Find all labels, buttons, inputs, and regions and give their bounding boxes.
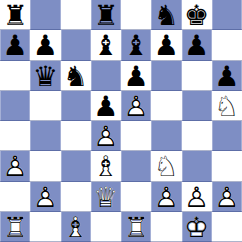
square-a3[interactable]: ♟♙ (0, 151, 30, 181)
square-h8[interactable] (212, 0, 242, 30)
square-b7[interactable]: ♟ (30, 30, 60, 60)
square-b8[interactable] (30, 0, 60, 30)
square-d2[interactable]: ♛♕ (91, 182, 121, 212)
square-g2[interactable]: ♟♙ (182, 182, 212, 212)
piece-white-knight-outline[interactable]: ♘ (151, 152, 181, 182)
square-f4[interactable] (151, 121, 181, 151)
square-f2[interactable]: ♟♙ (151, 182, 181, 212)
square-h7[interactable] (212, 30, 242, 60)
square-c2[interactable] (61, 182, 91, 212)
square-c4[interactable] (61, 121, 91, 151)
piece-black-knight[interactable]: ♞ (151, 1, 181, 31)
piece-white-rook-outline[interactable]: ♖ (121, 213, 151, 242)
square-e8[interactable] (121, 0, 151, 30)
piece-white-pawn-outline[interactable]: ♙ (151, 183, 181, 213)
square-a7[interactable]: ♟ (0, 30, 30, 60)
piece-black-pawn[interactable]: ♟ (121, 62, 151, 92)
square-h5[interactable]: ♞♘ (212, 91, 242, 121)
square-b2[interactable]: ♟♙ (30, 182, 60, 212)
square-g8[interactable]: ♚ (182, 0, 212, 30)
square-b3[interactable] (30, 151, 60, 181)
square-b4[interactable] (30, 121, 60, 151)
square-d5[interactable]: ♟ (91, 91, 121, 121)
square-h6[interactable]: ♟ (212, 61, 242, 91)
square-h1[interactable] (212, 212, 242, 242)
square-a2[interactable] (0, 182, 30, 212)
piece-white-pawn-outline[interactable]: ♙ (121, 92, 151, 122)
piece-black-pawn[interactable]: ♟ (212, 62, 242, 92)
piece-black-king[interactable]: ♚ (182, 1, 212, 31)
square-f1[interactable] (151, 212, 181, 242)
square-e2[interactable] (121, 182, 151, 212)
square-d1[interactable] (91, 212, 121, 242)
piece-white-pawn-outline[interactable]: ♙ (182, 183, 212, 213)
square-e7[interactable]: ♝ (121, 30, 151, 60)
square-d8[interactable]: ♜ (91, 0, 121, 30)
piece-white-pawn-outline[interactable]: ♙ (91, 122, 121, 152)
square-f8[interactable]: ♞ (151, 0, 181, 30)
square-d7[interactable]: ♝ (91, 30, 121, 60)
square-h2[interactable]: ♟♙ (212, 182, 242, 212)
square-c6[interactable]: ♞ (61, 61, 91, 91)
square-c5[interactable] (61, 91, 91, 121)
piece-white-king-outline[interactable]: ♔ (182, 213, 212, 242)
piece-black-bishop[interactable]: ♝ (91, 31, 121, 61)
square-g3[interactable] (182, 151, 212, 181)
square-g1[interactable]: ♚♔ (182, 212, 212, 242)
square-h3[interactable] (212, 151, 242, 181)
square-a5[interactable] (0, 91, 30, 121)
square-b5[interactable] (30, 91, 60, 121)
square-e4[interactable] (121, 121, 151, 151)
piece-white-pawn-outline[interactable]: ♙ (0, 152, 30, 182)
square-b6[interactable]: ♛ (30, 61, 60, 91)
piece-black-rook[interactable]: ♜ (91, 1, 121, 31)
chess-board: ♜♜♞♚♟♟♝♝♟♟♛♞♟♟♟♟♙♞♘♟♙♟♙♝♗♞♘♟♙♛♕♟♙♟♙♟♙♜♖♝… (0, 0, 242, 242)
square-h4[interactable] (212, 121, 242, 151)
piece-white-pawn-outline[interactable]: ♙ (212, 183, 242, 213)
piece-white-rook-outline[interactable]: ♖ (0, 213, 30, 242)
piece-black-pawn[interactable]: ♟ (151, 31, 181, 61)
piece-black-queen[interactable]: ♛ (30, 62, 60, 92)
square-e3[interactable] (121, 151, 151, 181)
square-e1[interactable]: ♜♖ (121, 212, 151, 242)
piece-black-rook[interactable]: ♜ (0, 1, 30, 31)
square-f5[interactable] (151, 91, 181, 121)
piece-black-knight[interactable]: ♞ (61, 62, 91, 92)
square-c8[interactable] (61, 0, 91, 30)
square-e5[interactable]: ♟♙ (121, 91, 151, 121)
square-g4[interactable] (182, 121, 212, 151)
square-g6[interactable] (182, 61, 212, 91)
square-g7[interactable]: ♟ (182, 30, 212, 60)
piece-black-pawn[interactable]: ♟ (182, 31, 212, 61)
piece-white-knight-outline[interactable]: ♘ (212, 92, 242, 122)
square-f7[interactable]: ♟ (151, 30, 181, 60)
square-d3[interactable]: ♝♗ (91, 151, 121, 181)
square-b1[interactable] (30, 212, 60, 242)
square-a1[interactable]: ♜♖ (0, 212, 30, 242)
piece-white-pawn-outline[interactable]: ♙ (30, 183, 60, 213)
square-c3[interactable] (61, 151, 91, 181)
piece-black-pawn[interactable]: ♟ (91, 92, 121, 122)
square-f3[interactable]: ♞♘ (151, 151, 181, 181)
square-a8[interactable]: ♜ (0, 0, 30, 30)
square-d4[interactable]: ♟♙ (91, 121, 121, 151)
square-g5[interactable] (182, 91, 212, 121)
square-e6[interactable]: ♟ (121, 61, 151, 91)
piece-white-bishop-outline[interactable]: ♗ (91, 152, 121, 182)
piece-black-pawn[interactable]: ♟ (0, 31, 30, 61)
square-a4[interactable] (0, 121, 30, 151)
square-c1[interactable]: ♝♗ (61, 212, 91, 242)
square-f6[interactable] (151, 61, 181, 91)
piece-white-bishop-outline[interactable]: ♗ (61, 213, 91, 242)
square-c7[interactable] (61, 30, 91, 60)
square-a6[interactable] (0, 61, 30, 91)
piece-black-pawn[interactable]: ♟ (30, 31, 60, 61)
piece-black-bishop[interactable]: ♝ (121, 31, 151, 61)
square-d6[interactable] (91, 61, 121, 91)
piece-white-queen-outline[interactable]: ♕ (91, 183, 121, 213)
